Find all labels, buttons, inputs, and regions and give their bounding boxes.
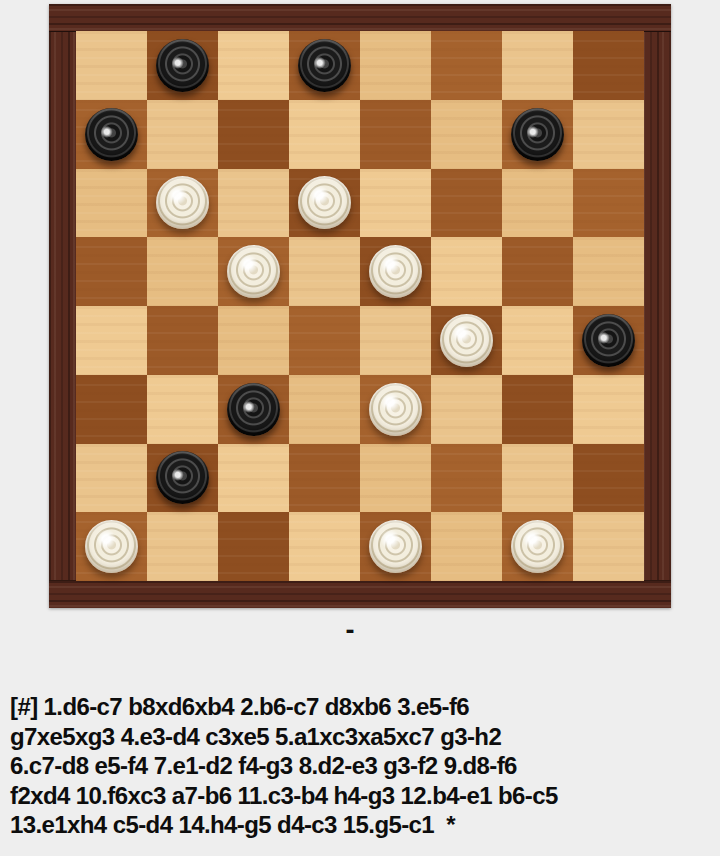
square-g3[interactable] [502, 375, 573, 444]
square-b3[interactable] [147, 375, 218, 444]
black-checker-g7[interactable] [511, 108, 564, 161]
square-f6[interactable] [431, 169, 502, 238]
checkers-board[interactable] [76, 31, 644, 581]
black-checker-c3[interactable] [227, 383, 280, 436]
square-d1[interactable] [289, 512, 360, 581]
square-f1[interactable] [431, 512, 502, 581]
square-g7[interactable] [502, 100, 573, 169]
board-caption-dash: - [0, 614, 700, 646]
move-list-line: 13.e1xh4 c5-d4 14.h4-g5 d4-c3 15.g5-c1 * [10, 810, 716, 840]
square-f7[interactable] [431, 100, 502, 169]
square-a6[interactable] [76, 169, 147, 238]
square-a5[interactable] [76, 237, 147, 306]
white-checker-c5[interactable] [227, 245, 280, 298]
square-d2[interactable] [289, 444, 360, 513]
square-e7[interactable] [360, 100, 431, 169]
white-checker-e3[interactable] [369, 383, 422, 436]
square-c6[interactable] [218, 169, 289, 238]
square-f8[interactable] [431, 31, 502, 100]
square-b7[interactable] [147, 100, 218, 169]
square-h4[interactable] [573, 306, 644, 375]
black-checker-h4[interactable] [582, 314, 635, 367]
square-a1[interactable] [76, 512, 147, 581]
square-e6[interactable] [360, 169, 431, 238]
square-f2[interactable] [431, 444, 502, 513]
white-checker-f4[interactable] [440, 314, 493, 367]
square-g8[interactable] [502, 31, 573, 100]
square-c8[interactable] [218, 31, 289, 100]
square-h1[interactable] [573, 512, 644, 581]
square-h5[interactable] [573, 237, 644, 306]
square-b5[interactable] [147, 237, 218, 306]
square-e4[interactable] [360, 306, 431, 375]
square-e3[interactable] [360, 375, 431, 444]
square-g4[interactable] [502, 306, 573, 375]
square-b4[interactable] [147, 306, 218, 375]
square-b2[interactable] [147, 444, 218, 513]
square-h3[interactable] [573, 375, 644, 444]
square-b6[interactable] [147, 169, 218, 238]
square-c4[interactable] [218, 306, 289, 375]
square-c3[interactable] [218, 375, 289, 444]
square-f3[interactable] [431, 375, 502, 444]
white-checker-g1[interactable] [511, 520, 564, 573]
black-checker-b8[interactable] [156, 39, 209, 92]
square-h8[interactable] [573, 31, 644, 100]
square-b8[interactable] [147, 31, 218, 100]
square-d8[interactable] [289, 31, 360, 100]
square-f5[interactable] [431, 237, 502, 306]
move-list-line: 6.c7-d8 e5-f4 7.e1-d2 f4-g3 8.d2-e3 g3-f… [10, 751, 716, 781]
white-checker-a1[interactable] [85, 520, 138, 573]
square-g5[interactable] [502, 237, 573, 306]
square-f4[interactable] [431, 306, 502, 375]
square-d5[interactable] [289, 237, 360, 306]
square-c7[interactable] [218, 100, 289, 169]
square-h7[interactable] [573, 100, 644, 169]
move-list-line: g7xe5xg3 4.e3-d4 c3xe5 5.a1xc3xa5xc7 g3-… [10, 722, 716, 752]
square-a8[interactable] [76, 31, 147, 100]
square-a4[interactable] [76, 306, 147, 375]
square-g6[interactable] [502, 169, 573, 238]
square-e8[interactable] [360, 31, 431, 100]
square-c5[interactable] [218, 237, 289, 306]
square-e2[interactable] [360, 444, 431, 513]
move-list-line: f2xd4 10.f6xc3 a7-b6 11.c3-b4 h4-g3 12.b… [10, 781, 716, 811]
white-checker-e5[interactable] [369, 245, 422, 298]
square-c1[interactable] [218, 512, 289, 581]
white-checker-d6[interactable] [298, 176, 351, 229]
square-a2[interactable] [76, 444, 147, 513]
move-list: [#] 1.d6-c7 b8xd6xb4 2.b6-c7 d8xb6 3.e5-… [10, 692, 716, 840]
square-d6[interactable] [289, 169, 360, 238]
square-g1[interactable] [502, 512, 573, 581]
checkers-board-frame [49, 4, 671, 608]
square-b1[interactable] [147, 512, 218, 581]
white-checker-e1[interactable] [369, 520, 422, 573]
square-d4[interactable] [289, 306, 360, 375]
move-list-line: [#] 1.d6-c7 b8xd6xb4 2.b6-c7 d8xb6 3.e5-… [10, 692, 716, 722]
square-e5[interactable] [360, 237, 431, 306]
square-a7[interactable] [76, 100, 147, 169]
black-checker-b2[interactable] [156, 451, 209, 504]
square-h6[interactable] [573, 169, 644, 238]
black-checker-d8[interactable] [298, 39, 351, 92]
square-e1[interactable] [360, 512, 431, 581]
square-d7[interactable] [289, 100, 360, 169]
square-h2[interactable] [573, 444, 644, 513]
square-g2[interactable] [502, 444, 573, 513]
white-checker-b6[interactable] [156, 176, 209, 229]
square-d3[interactable] [289, 375, 360, 444]
black-checker-a7[interactable] [85, 108, 138, 161]
square-a3[interactable] [76, 375, 147, 444]
square-c2[interactable] [218, 444, 289, 513]
